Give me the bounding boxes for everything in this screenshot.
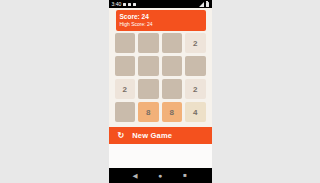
high-score-label: High Score: 24 — [120, 21, 206, 28]
nav-home-button[interactable]: ● — [155, 168, 165, 183]
cell-empty-r2c2 — [138, 56, 159, 76]
cell-empty-r1c1 — [115, 33, 136, 53]
new-game-label: New Game — [132, 131, 172, 140]
tile-8-r4c3: 8 — [162, 102, 183, 122]
nav-recents-button[interactable]: ■ — [180, 168, 190, 183]
recents-icon: ■ — [183, 168, 187, 183]
cell-empty-r2c1 — [115, 56, 136, 76]
battery-icon — [206, 2, 209, 7]
cell-empty-r3c2 — [138, 79, 159, 99]
score-card: Score: 24 High Score: 24 — [116, 10, 206, 31]
cell-empty-r3c3 — [162, 79, 183, 99]
notification-icon — [128, 3, 131, 6]
tile-2-r3c4: 2 — [185, 79, 206, 99]
cell-empty-r2c4 — [185, 56, 206, 76]
nav-back-button[interactable]: ◀ — [130, 168, 140, 183]
refresh-icon: ↻ — [118, 132, 125, 140]
cell-empty-r1c3 — [162, 33, 183, 53]
status-bar-left: 3:40 — [112, 0, 137, 8]
cell-empty-r1c2 — [138, 33, 159, 53]
home-icon: ● — [158, 168, 162, 183]
tile-4-r4c4: 4 — [185, 102, 206, 122]
lower-strip — [109, 144, 212, 168]
back-icon: ◀ — [133, 168, 138, 183]
tile-8-r4c2: 8 — [138, 102, 159, 122]
status-bar-right — [199, 0, 209, 8]
nav-bar: ◀ ● ■ — [109, 168, 212, 183]
tile-2-r3c1: 2 — [115, 79, 136, 99]
notification-icon — [123, 3, 126, 6]
cell-empty-r4c1 — [115, 102, 136, 122]
app-screen: 3:40 Score: 24 High Score: 24 222884 ↻ N… — [109, 0, 212, 183]
tile-2-r1c4: 2 — [185, 33, 206, 53]
notification-icon — [133, 3, 136, 6]
status-bar: 3:40 — [109, 0, 212, 8]
score-label: Score: 24 — [120, 13, 206, 21]
board[interactable]: 222884 — [115, 33, 206, 122]
status-time: 3:40 — [112, 0, 122, 8]
signal-icon — [199, 2, 204, 7]
new-game-button[interactable]: ↻ New Game — [109, 127, 212, 144]
cell-empty-r2c3 — [162, 56, 183, 76]
